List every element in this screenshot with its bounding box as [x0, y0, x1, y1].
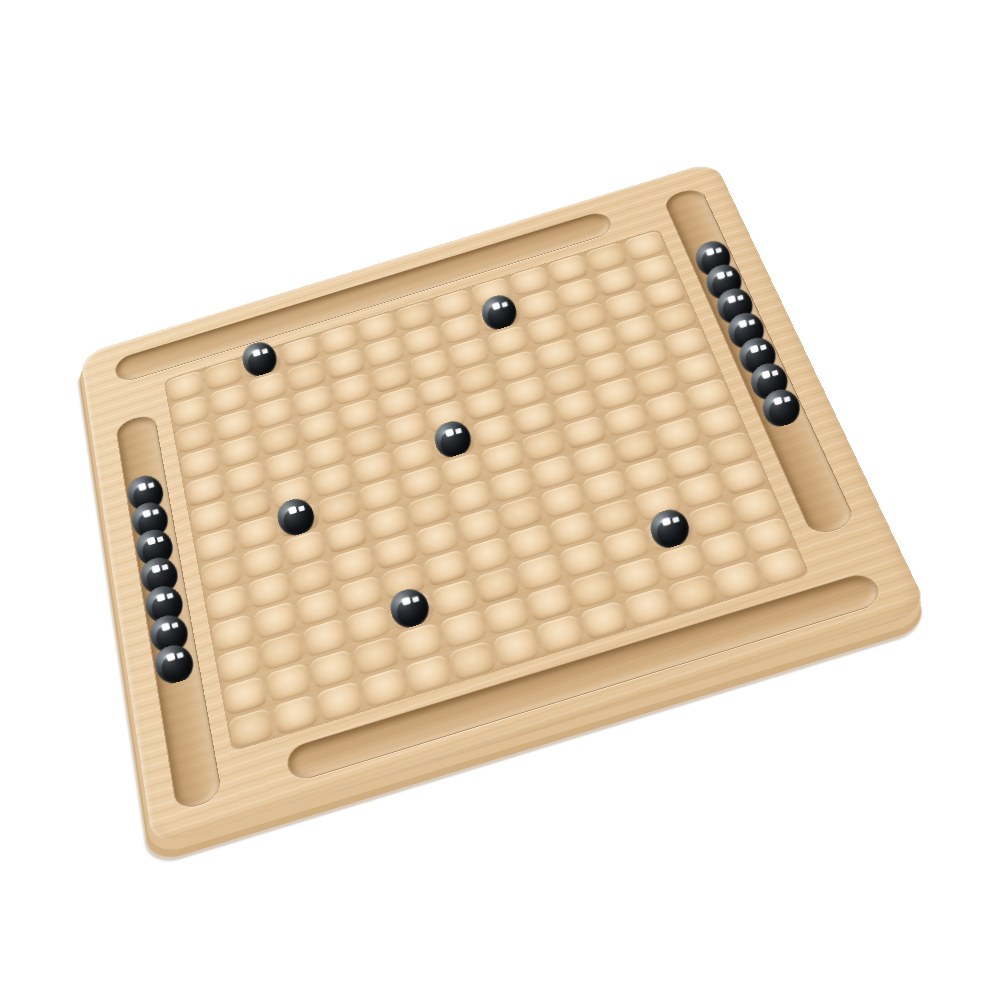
grid-cell[interactable] — [414, 520, 460, 558]
marble-sphere: ● — [150, 641, 197, 688]
grid-cell[interactable] — [302, 618, 348, 658]
piece-glyph: ● — [150, 641, 197, 688]
piece-glyph: ● — [430, 417, 475, 462]
black-marble[interactable]: ● — [157, 650, 197, 687]
grid-cell[interactable] — [624, 587, 674, 628]
marble-sphere: ● — [430, 417, 475, 462]
board-scene: ●●●●●●● ●●●●●●● ●●●●●● — [80, 161, 929, 848]
grid-cell[interactable] — [719, 459, 769, 497]
grid-cell[interactable] — [676, 472, 725, 510]
grid-cell[interactable] — [404, 654, 452, 695]
grid-cell[interactable] — [633, 363, 679, 398]
grid-cell[interactable] — [289, 559, 333, 597]
grid-cell[interactable]: ● — [432, 425, 476, 461]
grid-cell[interactable] — [448, 479, 493, 516]
grid-cell[interactable] — [217, 644, 262, 684]
grid-cell[interactable] — [507, 523, 554, 561]
grid-cell[interactable] — [236, 514, 279, 551]
grid-cell[interactable] — [391, 437, 435, 473]
grid-cell[interactable] — [472, 413, 517, 448]
grid-cell[interactable] — [190, 499, 232, 535]
black-marble[interactable]: ● — [647, 516, 693, 552]
grid-cell[interactable] — [351, 450, 394, 486]
marble-sphere: ● — [386, 585, 433, 632]
photo-background: ●●●●●●● ●●●●●●● ●●●●●● — [0, 0, 1000, 1000]
game-board: ●●●●●●● ●●●●●●● ●●●●●● — [80, 161, 929, 848]
grid-cell[interactable] — [180, 446, 221, 481]
grid-cell[interactable] — [549, 510, 597, 548]
marble-sphere: ● — [758, 385, 804, 431]
grid-cell[interactable] — [712, 560, 763, 600]
grid-cell[interactable] — [536, 614, 585, 655]
grid-cell[interactable] — [431, 579, 478, 619]
grid-cell[interactable] — [205, 584, 248, 623]
grid-cell[interactable] — [492, 627, 541, 668]
grid-cell[interactable] — [377, 385, 420, 419]
grid-cell[interactable] — [603, 402, 650, 438]
black-marble[interactable]: ● — [759, 396, 804, 430]
grid-cell[interactable] — [338, 575, 383, 614]
grid-cell[interactable] — [259, 631, 304, 671]
grid-cell[interactable] — [624, 456, 672, 493]
piece-glyph: ● — [386, 585, 433, 632]
black-marble[interactable]: ● — [390, 594, 433, 631]
piece-glyph: ● — [758, 385, 804, 431]
